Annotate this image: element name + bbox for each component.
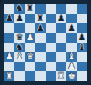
square-h1[interactable] [77,71,87,81]
chess-board: ♞♜♟♟♜♟♟♟♛♟♟♞♝♟♝♛♝♟♜♜♚ [4,4,87,81]
piece-black-bishop: ♝ [78,43,86,52]
piece-black-rook: ♜ [26,4,34,13]
chess-board-frame: ♞♜♟♟♜♟♟♟♛♟♟♞♝♟♝♛♝♟♜♜♚ [0,0,91,85]
piece-black-pawn: ♟ [5,14,13,23]
square-c1[interactable] [25,71,35,81]
square-e4[interactable] [46,43,56,53]
square-a4[interactable] [4,43,14,53]
square-b4[interactable]: ♞ [14,43,24,53]
square-g1[interactable]: ♚ [66,71,76,81]
square-h3[interactable] [77,52,87,62]
square-a5[interactable] [4,33,14,43]
piece-white-pawn: ♟ [5,52,13,61]
square-c8[interactable]: ♜ [25,4,35,14]
square-b7[interactable]: ♟ [14,14,24,24]
square-b3[interactable]: ♝ [14,52,24,62]
square-c3[interactable]: ♛ [25,52,35,62]
piece-black-pawn: ♟ [36,23,44,32]
piece-white-pawn: ♟ [26,33,34,42]
square-b6[interactable] [14,23,24,33]
piece-black-knight: ♞ [16,43,24,52]
square-e3[interactable] [46,52,56,62]
square-g7[interactable] [66,14,76,24]
square-e2[interactable] [46,62,56,72]
square-c5[interactable]: ♟ [25,33,35,43]
piece-white-queen: ♛ [26,52,34,61]
square-d1[interactable] [35,71,45,81]
square-a2[interactable] [4,62,14,72]
square-g3[interactable]: ♝ [66,52,76,62]
square-a1[interactable]: ♜ [4,71,14,81]
square-f5[interactable] [56,33,66,43]
piece-black-pawn: ♟ [78,33,86,42]
square-e5[interactable] [46,33,56,43]
square-a8[interactable] [4,4,14,14]
square-f8[interactable] [56,4,66,14]
square-c6[interactable] [25,23,35,33]
square-b8[interactable]: ♞ [14,4,24,14]
square-d8[interactable] [35,4,45,14]
piece-white-pawn: ♟ [67,62,75,71]
square-a3[interactable]: ♟ [4,52,14,62]
piece-white-bishop: ♝ [67,52,75,61]
square-e1[interactable] [46,71,56,81]
square-b2[interactable] [14,62,24,72]
square-a7[interactable]: ♟ [4,14,14,24]
square-h5[interactable]: ♟ [77,33,87,43]
square-c7[interactable] [25,14,35,24]
piece-white-king: ♚ [67,71,75,80]
square-h4[interactable]: ♝ [77,43,87,53]
piece-black-pawn: ♟ [67,23,75,32]
square-h6[interactable] [77,23,87,33]
square-d4[interactable] [35,43,45,53]
square-g6[interactable]: ♟ [66,23,76,33]
square-h7[interactable] [77,14,87,24]
piece-black-rook: ♜ [36,14,44,23]
square-g8[interactable] [66,4,76,14]
square-e7[interactable] [46,14,56,24]
square-a6[interactable] [4,23,14,33]
square-g2[interactable]: ♟ [66,62,76,72]
square-f4[interactable] [56,43,66,53]
square-f3[interactable] [56,52,66,62]
square-d2[interactable] [35,62,45,72]
piece-black-knight: ♞ [16,4,24,13]
square-e8[interactable] [46,4,56,14]
piece-white-rook: ♜ [5,71,13,80]
square-h2[interactable] [77,62,87,72]
square-b5[interactable]: ♛ [14,33,24,43]
square-e6[interactable] [46,23,56,33]
square-d5[interactable] [35,33,45,43]
piece-black-pawn: ♟ [57,14,65,23]
square-g5[interactable] [66,33,76,43]
square-g4[interactable] [66,43,76,53]
square-f6[interactable] [56,23,66,33]
square-b1[interactable] [14,71,24,81]
square-h8[interactable] [77,4,87,14]
piece-black-queen: ♛ [16,33,24,42]
square-f1[interactable]: ♜ [56,71,66,81]
piece-white-rook: ♜ [57,71,65,80]
piece-white-bishop: ♝ [16,52,24,61]
square-f2[interactable] [56,62,66,72]
square-f7[interactable]: ♟ [56,14,66,24]
square-d6[interactable]: ♟ [35,23,45,33]
piece-black-pawn: ♟ [16,14,24,23]
square-c4[interactable] [25,43,35,53]
square-d7[interactable]: ♜ [35,14,45,24]
square-d3[interactable] [35,52,45,62]
square-c2[interactable] [25,62,35,72]
